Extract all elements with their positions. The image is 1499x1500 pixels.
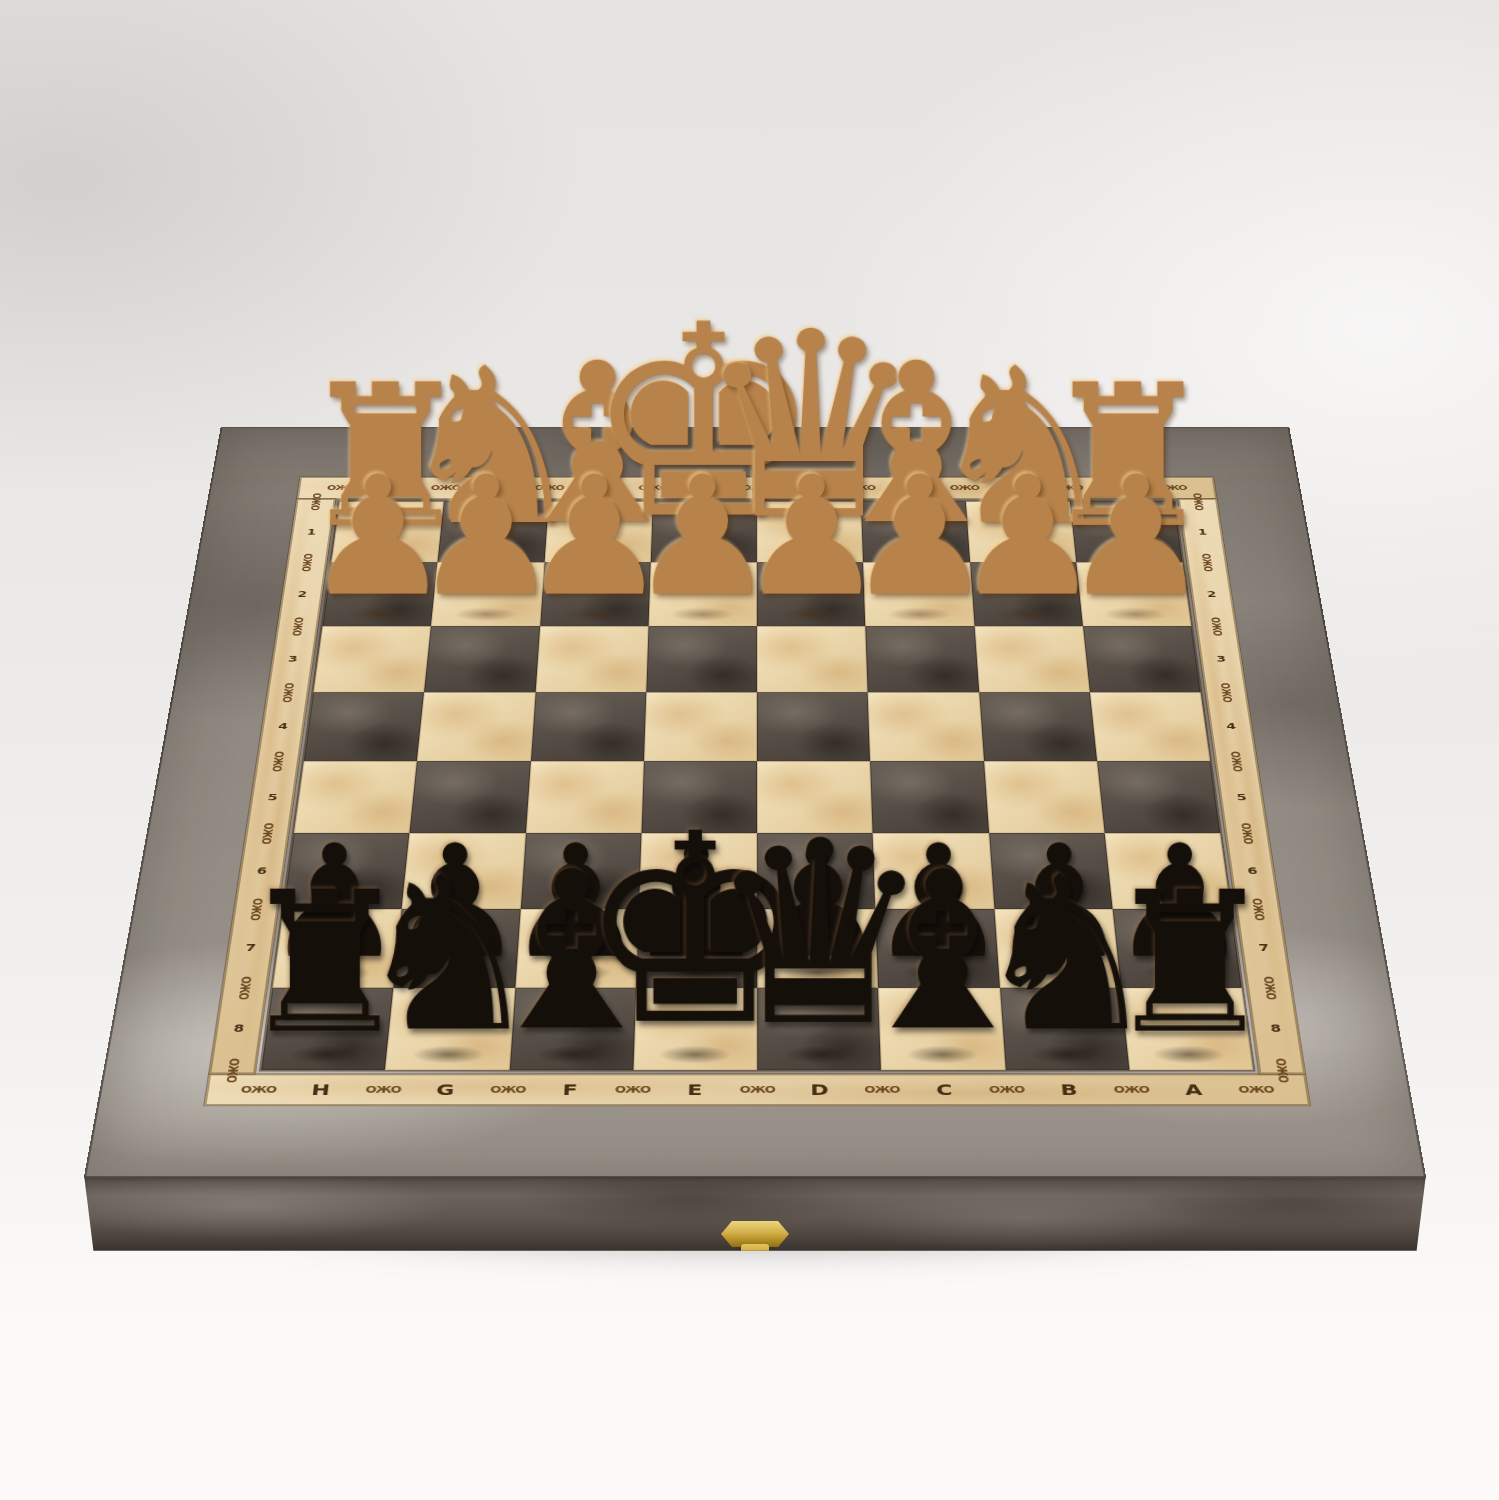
square-c4[interactable] xyxy=(868,692,984,761)
file-label-near-D: D xyxy=(757,1074,882,1106)
photo-scene: ОЖООЖООЖООЖООЖООЖООЖООЖООЖОHGFEDCBA ОЖОО… xyxy=(0,0,1499,1500)
file-label-far-G: G xyxy=(444,477,549,499)
ornament-motif: ОЖО xyxy=(365,1084,401,1095)
square-a4[interactable] xyxy=(1090,692,1211,761)
ornament-motif: ОЖО xyxy=(240,1084,277,1095)
square-d3[interactable] xyxy=(757,626,868,692)
ornament-motif: ОЖО xyxy=(1113,1084,1149,1095)
square-b4[interactable] xyxy=(979,692,1097,761)
ornament-motif: ОЖО xyxy=(615,1084,651,1095)
square-d4[interactable] xyxy=(757,692,870,761)
file-label-near-E: E xyxy=(632,1074,757,1106)
file-label-far-D: D xyxy=(757,477,861,499)
square-c2[interactable] xyxy=(863,562,974,626)
square-c3[interactable] xyxy=(866,626,979,692)
board-surface: ОЖООЖООЖООЖООЖООЖООЖООЖООЖОHGFEDCBA ОЖОО… xyxy=(84,427,1426,1177)
rank-label-right-3: 3 xyxy=(1196,626,1246,692)
square-f3[interactable] xyxy=(535,626,648,692)
file-label-near-B: B xyxy=(1005,1074,1132,1106)
square-f1[interactable] xyxy=(544,501,652,562)
rank-label-right-2: 2 xyxy=(1187,562,1236,625)
piece-black-rook-a8[interactable]: ♜ xyxy=(1121,988,1254,1071)
square-b2[interactable] xyxy=(970,562,1083,626)
file-label-far-E: E xyxy=(653,477,757,499)
file-label-far-B: B xyxy=(964,477,1069,499)
square-h2[interactable] xyxy=(323,562,438,626)
perspective-wrapper: ОЖООЖООЖООЖООЖООЖООЖООЖООЖОHGFEDCBA ОЖОО… xyxy=(160,165,1350,1355)
file-label-far-C: C xyxy=(860,477,965,499)
square-f4[interactable] xyxy=(530,692,646,761)
square-h4[interactable] xyxy=(304,692,424,761)
ornament-motif: ОЖО xyxy=(989,1084,1025,1095)
square-e3[interactable] xyxy=(646,626,757,692)
file-label-near-G: G xyxy=(381,1074,508,1106)
square-e1[interactable] xyxy=(650,501,756,562)
file-label-far-H: H xyxy=(340,477,446,499)
square-a3[interactable] xyxy=(1083,626,1201,692)
square-d1[interactable] xyxy=(757,501,863,562)
ornament-motif: ОЖО xyxy=(490,1084,526,1095)
square-g4[interactable] xyxy=(417,692,535,761)
ornament-motif: ОЖО xyxy=(740,1084,775,1095)
rank-label-left-4: 4 xyxy=(257,692,309,761)
ornament-motif: ОЖО xyxy=(1238,1084,1275,1095)
rank-label-right-4: 4 xyxy=(1205,692,1257,761)
square-b3[interactable] xyxy=(974,626,1090,692)
square-g1[interactable] xyxy=(438,501,549,562)
square-g2[interactable] xyxy=(431,562,544,626)
square-f2[interactable] xyxy=(540,562,651,626)
ornament-motif: ОЖО xyxy=(1272,1058,1291,1082)
file-label-near-A: A xyxy=(1130,1074,1258,1106)
file-label-near-C: C xyxy=(881,1074,1007,1106)
square-h1[interactable] xyxy=(331,501,444,562)
rank-label-left-3: 3 xyxy=(267,626,317,692)
square-a2[interactable] xyxy=(1076,562,1191,626)
square-e4[interactable] xyxy=(644,692,757,761)
file-label-near-F: F xyxy=(507,1074,633,1106)
ornament-motif: ОЖО xyxy=(223,1058,242,1082)
square-d2[interactable] xyxy=(757,562,866,626)
square-a1[interactable] xyxy=(1070,501,1183,562)
square-e2[interactable] xyxy=(648,562,757,626)
file-label-far-A: A xyxy=(1067,477,1173,499)
square-c1[interactable] xyxy=(861,501,970,562)
coordinate-band-near: ОЖООЖООЖООЖООЖООЖООЖООЖООЖОHGFEDCBA xyxy=(204,1074,1310,1106)
square-h3[interactable] xyxy=(313,626,431,692)
black-rook-glyph: ♜ xyxy=(1103,867,1277,1061)
square-b1[interactable] xyxy=(965,501,1076,562)
file-label-far-F: F xyxy=(548,477,653,499)
square-g3[interactable] xyxy=(424,626,539,692)
file-label-near-H: H xyxy=(256,1074,384,1106)
coordinate-band-far: ОЖООЖООЖООЖООЖООЖООЖООЖООЖОHGFEDCBA xyxy=(297,477,1217,499)
rank-label-right-1: 1 xyxy=(1179,501,1227,562)
ornament-motif: ОЖО xyxy=(864,1084,900,1095)
